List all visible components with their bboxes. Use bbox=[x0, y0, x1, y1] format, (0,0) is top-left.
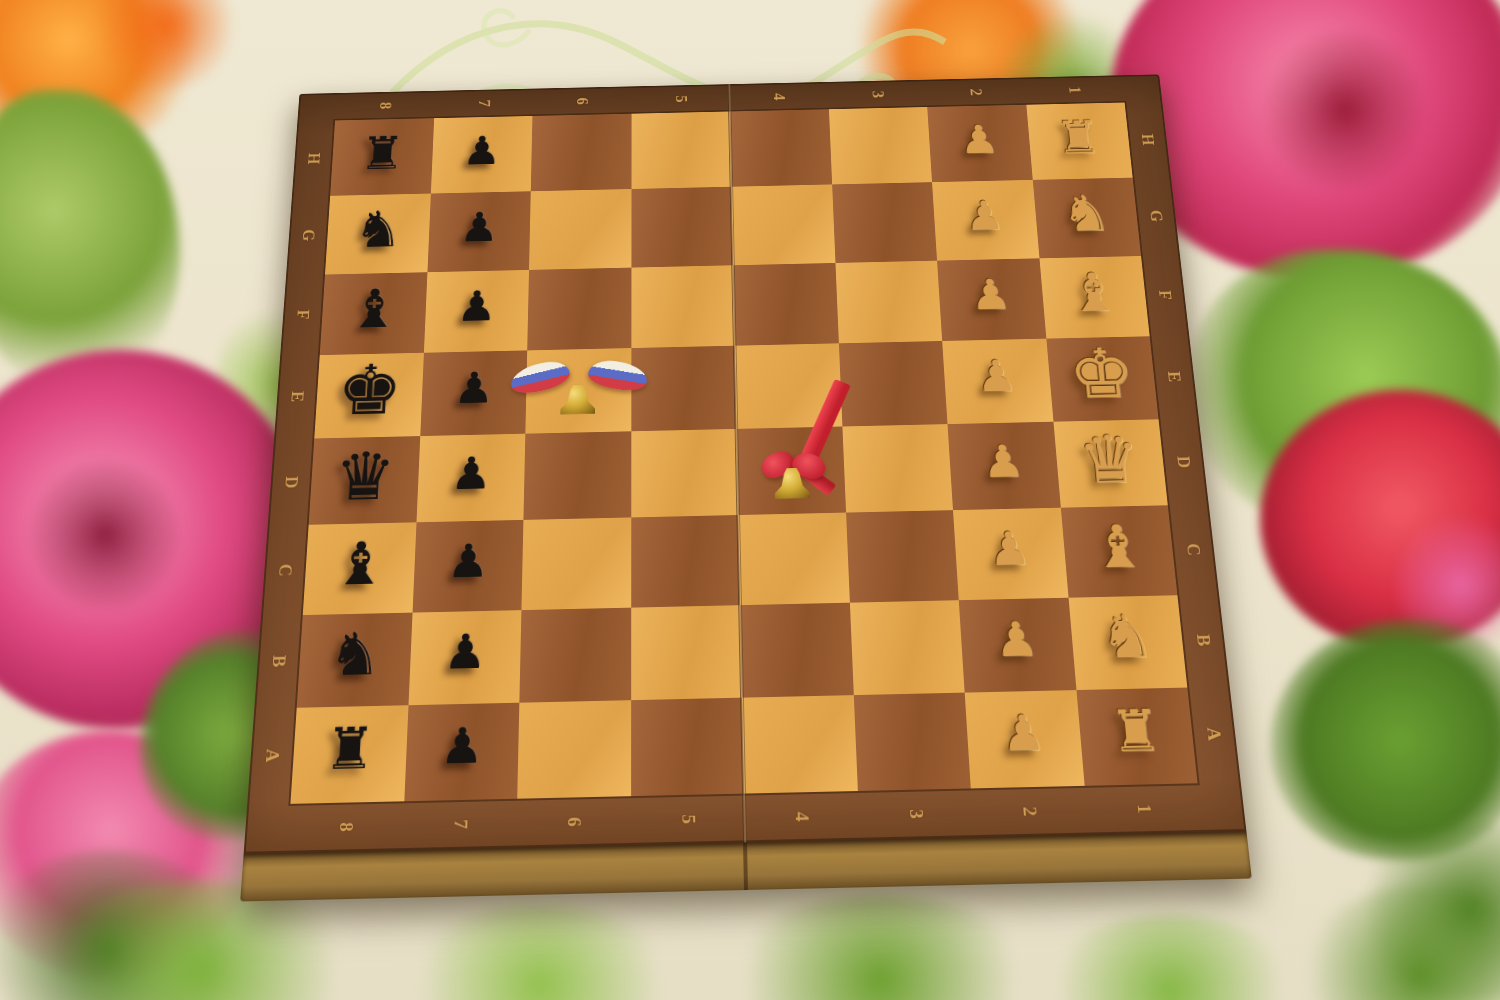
piece-black-pawn[interactable]: ♟ bbox=[447, 538, 491, 585]
rank-label-bottom-8: 8 bbox=[335, 822, 357, 832]
square-c4[interactable] bbox=[738, 513, 849, 605]
square-e7[interactable]: ♟ bbox=[420, 350, 527, 436]
piece-black-bishop[interactable]: ♝ bbox=[347, 282, 401, 336]
piece-white-king[interactable]: ♚ bbox=[1066, 340, 1138, 410]
chessboard-face: 87654321 87654321 HGFEDCBA HGFEDCBA ♜♟♟♜… bbox=[244, 74, 1247, 853]
file-label-left-f: F bbox=[293, 310, 313, 320]
bell-with-tricolor-ribbon[interactable] bbox=[525, 348, 631, 434]
rank-label-top-6: 6 bbox=[573, 97, 592, 105]
square-c6[interactable] bbox=[521, 518, 630, 610]
piece-white-pawn[interactable]: ♟ bbox=[958, 120, 999, 160]
rank-label-top-8: 8 bbox=[376, 102, 395, 110]
square-g8[interactable]: ♞ bbox=[325, 194, 430, 274]
square-h3[interactable] bbox=[829, 107, 933, 185]
piece-white-rook[interactable]: ♜ bbox=[1054, 114, 1103, 160]
square-g7[interactable]: ♟ bbox=[427, 191, 531, 271]
square-d2[interactable]: ♟ bbox=[947, 422, 1060, 511]
square-a4[interactable] bbox=[742, 695, 857, 794]
square-b8[interactable]: ♞ bbox=[297, 612, 412, 707]
rank-label-bottom-3: 3 bbox=[904, 809, 926, 819]
square-b2[interactable]: ♟ bbox=[959, 597, 1076, 692]
square-g5[interactable] bbox=[631, 187, 733, 267]
piece-black-knight[interactable]: ♞ bbox=[327, 625, 383, 685]
file-label-left-a: A bbox=[261, 749, 283, 763]
bedsheet-green-leaves-left-top bbox=[0, 90, 180, 390]
square-h5[interactable] bbox=[631, 111, 731, 189]
piece-black-king[interactable]: ♚ bbox=[335, 356, 404, 426]
square-f3[interactable] bbox=[835, 260, 942, 343]
square-b4[interactable] bbox=[740, 602, 853, 697]
piece-black-pawn[interactable]: ♟ bbox=[462, 131, 502, 171]
square-g1[interactable]: ♞ bbox=[1032, 178, 1141, 258]
file-label-left-e: E bbox=[287, 391, 308, 402]
square-a7[interactable]: ♟ bbox=[404, 702, 520, 801]
file-label-left-g: G bbox=[298, 229, 318, 241]
file-label-left-c: C bbox=[274, 563, 296, 576]
file-label-right-c: C bbox=[1182, 543, 1204, 556]
square-f7[interactable]: ♟ bbox=[423, 269, 529, 352]
file-label-left-b: B bbox=[268, 655, 290, 668]
piece-white-pawn[interactable]: ♟ bbox=[975, 355, 1019, 399]
square-b6[interactable] bbox=[519, 607, 630, 702]
square-b3[interactable] bbox=[849, 600, 964, 695]
square-g6[interactable] bbox=[529, 189, 631, 269]
rank-label-bottom-6: 6 bbox=[563, 817, 585, 827]
bedsheet-leaf-band-5 bbox=[1300, 885, 1500, 1000]
square-b5[interactable] bbox=[631, 605, 742, 700]
square-e6[interactable] bbox=[525, 348, 631, 434]
file-label-left-h: H bbox=[304, 152, 324, 164]
square-d8[interactable]: ♛ bbox=[309, 436, 420, 525]
piece-white-pawn[interactable]: ♟ bbox=[1000, 709, 1047, 759]
brass-bell bbox=[560, 384, 595, 414]
square-c7[interactable]: ♟ bbox=[412, 520, 523, 612]
rank-label-top-7: 7 bbox=[474, 100, 493, 108]
piece-black-pawn[interactable]: ♟ bbox=[459, 207, 500, 248]
square-f4[interactable] bbox=[733, 263, 838, 346]
square-c1[interactable]: ♝ bbox=[1060, 505, 1177, 597]
square-c2[interactable]: ♟ bbox=[953, 508, 1068, 600]
square-h1[interactable]: ♜ bbox=[1026, 103, 1133, 181]
rank-label-top-5: 5 bbox=[671, 95, 690, 103]
rank-label-bottom-4: 4 bbox=[790, 812, 812, 822]
bedsheet-leaf-band-2 bbox=[400, 905, 680, 1000]
bedsheet-pink-rose-left-core bbox=[30, 460, 180, 610]
square-c8[interactable]: ♝ bbox=[303, 523, 416, 615]
square-g4[interactable] bbox=[731, 185, 835, 265]
rank-label-bottom-7: 7 bbox=[449, 819, 471, 829]
square-d4[interactable] bbox=[736, 426, 845, 515]
file-label-right-b: B bbox=[1192, 634, 1214, 647]
piece-white-rook[interactable]: ♜ bbox=[1108, 702, 1164, 760]
file-label-right-e: E bbox=[1163, 371, 1184, 382]
rank-label-bottom-2: 2 bbox=[1018, 806, 1040, 816]
file-label-left-d: D bbox=[281, 475, 302, 488]
square-a8[interactable]: ♜ bbox=[290, 705, 408, 804]
rank-label-top-3: 3 bbox=[868, 91, 887, 99]
square-a5[interactable] bbox=[631, 697, 744, 796]
square-c3[interactable] bbox=[846, 510, 959, 602]
bedsheet-leaf-band-3 bbox=[720, 895, 1040, 1000]
square-a2[interactable]: ♟ bbox=[965, 690, 1085, 789]
square-b1[interactable]: ♞ bbox=[1068, 595, 1187, 690]
piece-black-queen[interactable]: ♛ bbox=[332, 442, 397, 509]
square-d7[interactable]: ♟ bbox=[416, 434, 525, 523]
square-h6[interactable] bbox=[531, 114, 631, 192]
rank-label-bottom-5: 5 bbox=[677, 814, 699, 824]
square-h2[interactable]: ♟ bbox=[927, 105, 1032, 183]
piece-white-bishop[interactable]: ♝ bbox=[1088, 517, 1147, 577]
square-g3[interactable] bbox=[832, 182, 937, 262]
square-d1[interactable]: ♛ bbox=[1053, 419, 1168, 508]
square-a6[interactable] bbox=[517, 700, 630, 799]
square-e3[interactable] bbox=[838, 341, 947, 427]
piece-black-bishop[interactable]: ♝ bbox=[332, 534, 389, 594]
file-label-right-a: A bbox=[1202, 727, 1225, 741]
piece-white-pawn[interactable]: ♟ bbox=[969, 274, 1012, 316]
rank-label-top-1: 1 bbox=[1064, 86, 1083, 94]
square-h8[interactable]: ♜ bbox=[330, 118, 434, 196]
square-e5[interactable] bbox=[631, 345, 737, 431]
photo-scene: 87654321 87654321 HGFEDCBA HGFEDCBA ♜♟♟♜… bbox=[0, 0, 1500, 1000]
piece-black-pawn[interactable]: ♟ bbox=[453, 367, 495, 411]
piece-white-pawn[interactable]: ♟ bbox=[987, 526, 1032, 573]
square-h7[interactable]: ♟ bbox=[430, 116, 532, 194]
square-f6[interactable] bbox=[527, 267, 631, 350]
piece-white-bishop[interactable]: ♝ bbox=[1066, 266, 1122, 320]
square-d6[interactable] bbox=[523, 431, 630, 520]
square-e8[interactable]: ♚ bbox=[314, 353, 423, 439]
piece-black-rook[interactable]: ♜ bbox=[359, 130, 406, 176]
piece-black-pawn[interactable]: ♟ bbox=[440, 721, 485, 771]
file-label-right-g: G bbox=[1146, 210, 1167, 222]
square-f2[interactable]: ♟ bbox=[937, 258, 1046, 341]
file-label-right-h: H bbox=[1137, 133, 1157, 145]
piece-black-pawn[interactable]: ♟ bbox=[443, 628, 487, 677]
square-e1[interactable]: ♚ bbox=[1046, 336, 1159, 422]
piece-white-pawn[interactable]: ♟ bbox=[981, 439, 1026, 484]
square-c5[interactable] bbox=[631, 515, 740, 607]
square-g2[interactable]: ♟ bbox=[932, 180, 1039, 260]
piece-black-pawn[interactable]: ♟ bbox=[450, 451, 493, 496]
square-a1[interactable]: ♜ bbox=[1076, 687, 1198, 786]
bell-with-red-ribbon[interactable] bbox=[736, 426, 845, 515]
square-d3[interactable] bbox=[842, 424, 953, 513]
piece-white-queen[interactable]: ♛ bbox=[1076, 426, 1143, 493]
piece-white-knight[interactable]: ♞ bbox=[1059, 188, 1112, 239]
square-e2[interactable]: ♟ bbox=[942, 338, 1053, 424]
square-f1[interactable]: ♝ bbox=[1039, 256, 1150, 339]
bedsheet-leaf-band-4 bbox=[1040, 915, 1300, 1000]
rank-label-top-4: 4 bbox=[769, 93, 788, 101]
square-f8[interactable]: ♝ bbox=[320, 272, 427, 355]
rank-label-bottom-1: 1 bbox=[1132, 804, 1155, 814]
chessboard-perspective-wrap: 87654321 87654321 HGFEDCBA HGFEDCBA ♜♟♟♜… bbox=[240, 0, 1252, 890]
folding-chessboard: 87654321 87654321 HGFEDCBA HGFEDCBA ♜♟♟♜… bbox=[240, 74, 1252, 901]
square-f5[interactable] bbox=[631, 265, 735, 348]
piece-black-rook[interactable]: ♜ bbox=[323, 720, 377, 778]
piece-white-pawn[interactable]: ♟ bbox=[993, 615, 1039, 663]
piece-white-pawn[interactable]: ♟ bbox=[964, 195, 1006, 236]
piece-white-knight[interactable]: ♞ bbox=[1097, 607, 1156, 667]
playfield: ♜♟♟♜♞♟♟♞♝♟♟♝♚♟♟♚♛♟♟♛♝♟♟♝♞♟♟♞♜♟♟♜ bbox=[290, 103, 1197, 804]
piece-black-knight[interactable]: ♞ bbox=[353, 204, 404, 255]
file-label-right-d: D bbox=[1173, 455, 1195, 468]
square-b7[interactable]: ♟ bbox=[408, 610, 521, 705]
rank-label-top-2: 2 bbox=[966, 88, 985, 96]
square-d5[interactable] bbox=[631, 429, 738, 518]
square-a3[interactable] bbox=[853, 692, 970, 791]
square-h4[interactable] bbox=[730, 109, 832, 187]
board-fold-seam-edge bbox=[743, 842, 748, 890]
piece-black-pawn[interactable]: ♟ bbox=[456, 285, 497, 327]
bedsheet-pink-rose-top-right-core bbox=[1260, 30, 1430, 190]
file-label-right-f: F bbox=[1155, 290, 1176, 300]
